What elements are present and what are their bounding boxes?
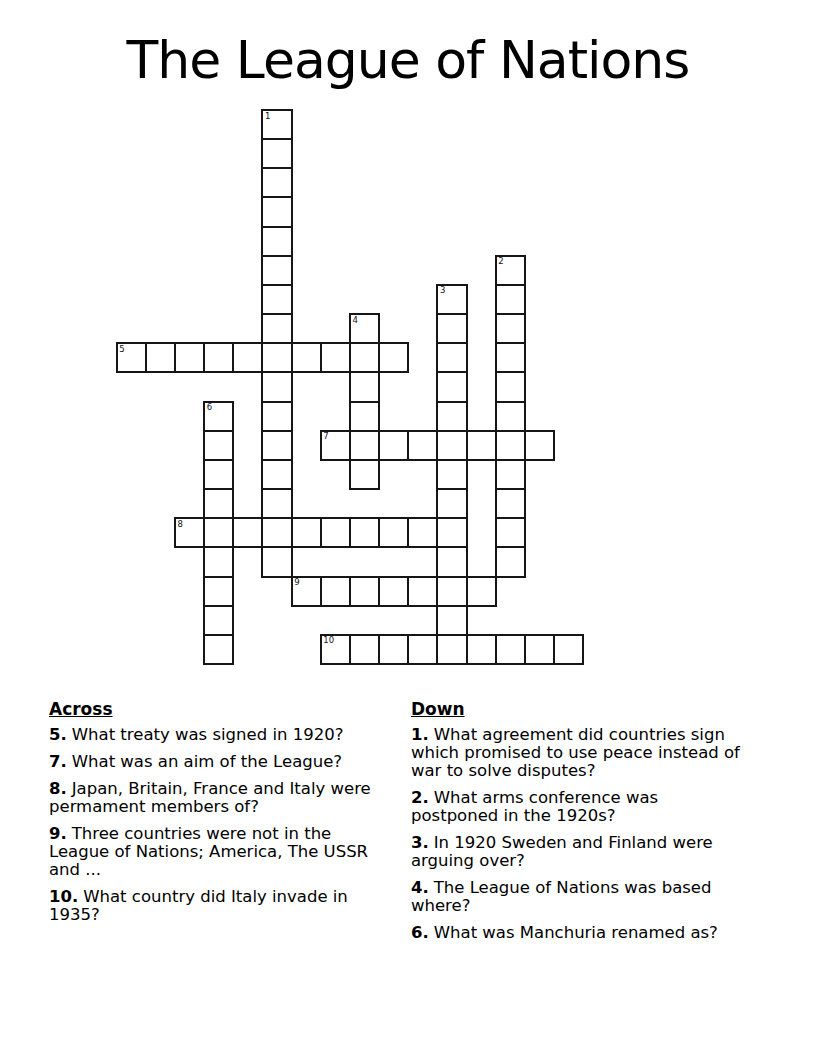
cell-r13c14[interactable] — [495, 459, 526, 490]
cell-r8c9[interactable]: 4 — [349, 313, 380, 344]
cell-r17c7[interactable]: 9 — [291, 576, 322, 607]
cell-r19c14[interactable] — [495, 634, 526, 665]
cell-r8c6[interactable] — [261, 313, 292, 344]
cell-r10c6[interactable] — [261, 371, 292, 402]
cell-r7c12[interactable]: 3 — [436, 284, 467, 315]
cell-r15c6[interactable] — [261, 517, 292, 548]
cell-r12c10[interactable] — [378, 430, 409, 461]
cell-r12c14[interactable] — [495, 430, 526, 461]
cell-r17c13[interactable] — [466, 576, 497, 607]
down-clue-text: What agreement did countries sign which … — [411, 725, 740, 780]
cell-r13c9[interactable] — [349, 459, 380, 490]
cell-r8c12[interactable] — [436, 313, 467, 344]
clue-number-10: 10 — [323, 636, 334, 645]
down-clue-text: What arms conference was postponed in th… — [411, 788, 658, 825]
down-clue-2: 2.What arms conference was postponed in … — [411, 789, 743, 825]
puzzle-title: The League of Nations — [0, 30, 816, 90]
down-clue-label: 1. — [411, 725, 429, 744]
across-clue-text: Japan, Britain, France and Italy were pe… — [49, 779, 371, 816]
cell-r9c1[interactable]: 5 — [116, 342, 147, 373]
cell-r18c4[interactable] — [203, 605, 234, 636]
cell-r11c4[interactable]: 6 — [203, 401, 234, 432]
cell-r12c15[interactable] — [524, 430, 555, 461]
cell-r16c6[interactable] — [261, 546, 292, 577]
across-clues-list: 5.What treaty was signed in 1920?7.What … — [49, 726, 395, 924]
cell-r9c3[interactable] — [174, 342, 205, 373]
crossword-grid: 12345678910 — [116, 109, 585, 666]
down-clue-label: 3. — [411, 833, 429, 852]
across-clue-text: What was an aim of the League? — [72, 752, 342, 771]
cell-r14c6[interactable] — [261, 488, 292, 519]
cell-r14c12[interactable] — [436, 488, 467, 519]
down-clue-3: 3.In 1920 Sweden and Finland were arguin… — [411, 834, 743, 870]
cell-r13c6[interactable] — [261, 459, 292, 490]
across-clue-text: What treaty was signed in 1920? — [72, 725, 344, 744]
clue-number-3: 3 — [440, 286, 445, 295]
cell-r14c4[interactable] — [203, 488, 234, 519]
cell-r11c14[interactable] — [495, 401, 526, 432]
down-clue-text: In 1920 Sweden and Finland were arguing … — [411, 833, 713, 870]
down-clue-text: What was Manchuria renamed as? — [434, 923, 718, 942]
cell-r9c2[interactable] — [145, 342, 176, 373]
across-clue-label: 7. — [49, 752, 67, 771]
cell-r9c6[interactable] — [261, 342, 292, 373]
cell-r19c12[interactable] — [436, 634, 467, 665]
across-clue-text: What country did Italy invade in 1935? — [49, 887, 348, 924]
across-clue-8: 8.Japan, Britain, France and Italy were … — [49, 780, 395, 816]
cell-r13c4[interactable] — [203, 459, 234, 490]
across-clue-label: 10. — [49, 887, 78, 906]
cell-r9c12[interactable] — [436, 342, 467, 373]
cell-r17c9[interactable] — [349, 576, 380, 607]
cell-r12c4[interactable] — [203, 430, 234, 461]
cell-r12c13[interactable] — [466, 430, 497, 461]
down-header: Down — [411, 699, 743, 719]
cell-r15c11[interactable] — [407, 517, 438, 548]
cell-r11c6[interactable] — [261, 401, 292, 432]
cell-r6c14[interactable]: 2 — [495, 255, 526, 286]
cell-r17c8[interactable] — [320, 576, 351, 607]
cell-r11c9[interactable] — [349, 401, 380, 432]
across-clue-7: 7.What was an aim of the League? — [49, 753, 395, 771]
down-clues-column: Down 1.What agreement did countries sign… — [411, 699, 743, 951]
across-clue-10: 10.What country did Italy invade in 1935… — [49, 888, 395, 924]
cell-r11c12[interactable] — [436, 401, 467, 432]
across-clue-5: 5.What treaty was signed in 1920? — [49, 726, 395, 744]
down-clue-label: 2. — [411, 788, 429, 807]
across-clue-text: Three countries were not in the League o… — [49, 824, 368, 879]
cell-r8c14[interactable] — [495, 313, 526, 344]
cell-r7c6[interactable] — [261, 284, 292, 315]
cell-r19c8[interactable]: 10 — [320, 634, 351, 665]
cell-r12c8[interactable]: 7 — [320, 430, 351, 461]
down-clue-4: 4.The League of Nations was based where? — [411, 879, 743, 915]
cell-r9c5[interactable] — [232, 342, 263, 373]
cell-r12c6[interactable] — [261, 430, 292, 461]
cell-r19c15[interactable] — [524, 634, 555, 665]
across-clue-label: 5. — [49, 725, 67, 744]
cell-r15c12[interactable] — [436, 517, 467, 548]
clue-number-8: 8 — [178, 520, 183, 529]
across-clue-label: 8. — [49, 779, 67, 798]
cell-r9c7[interactable] — [291, 342, 322, 373]
cell-r15c4[interactable] — [203, 517, 234, 548]
cell-r9c4[interactable] — [203, 342, 234, 373]
across-clue-label: 9. — [49, 824, 67, 843]
cell-r9c10[interactable] — [378, 342, 409, 373]
cell-r15c10[interactable] — [378, 517, 409, 548]
cell-r16c4[interactable] — [203, 546, 234, 577]
cell-r16c12[interactable] — [436, 546, 467, 577]
cell-r19c10[interactable] — [378, 634, 409, 665]
cell-r7c14[interactable] — [495, 284, 526, 315]
cell-r9c14[interactable] — [495, 342, 526, 373]
cell-r15c14[interactable] — [495, 517, 526, 548]
cell-r19c13[interactable] — [466, 634, 497, 665]
cell-r17c12[interactable] — [436, 576, 467, 607]
down-clue-1: 1.What agreement did countries sign whic… — [411, 726, 743, 780]
cell-r10c14[interactable] — [495, 371, 526, 402]
cell-r17c10[interactable] — [378, 576, 409, 607]
cell-r19c9[interactable] — [349, 634, 380, 665]
cell-r6c6[interactable] — [261, 255, 292, 286]
cell-r17c4[interactable] — [203, 576, 234, 607]
cell-r12c11[interactable] — [407, 430, 438, 461]
clue-number-9: 9 — [294, 578, 299, 587]
cell-r19c16[interactable] — [553, 634, 584, 665]
cell-r5c6[interactable] — [261, 226, 292, 257]
cell-r17c11[interactable] — [407, 576, 438, 607]
cell-r12c9[interactable] — [349, 430, 380, 461]
cell-r15c5[interactable] — [232, 517, 263, 548]
cell-r9c8[interactable] — [320, 342, 351, 373]
down-clue-6: 6.What was Manchuria renamed as? — [411, 924, 743, 942]
cell-r15c7[interactable] — [291, 517, 322, 548]
crossword-worksheet: { "title": "The League of Nations", "gam… — [0, 0, 816, 1056]
clue-number-1: 1 — [265, 112, 270, 121]
cell-r2c6[interactable] — [261, 138, 292, 169]
clue-number-5: 5 — [119, 345, 124, 354]
cell-r15c9[interactable] — [349, 517, 380, 548]
cell-r15c8[interactable] — [320, 517, 351, 548]
down-clues-list: 1.What agreement did countries sign whic… — [411, 726, 743, 942]
across-clues-column: Across 5.What treaty was signed in 1920?… — [49, 699, 395, 933]
down-clue-text: The League of Nations was based where? — [411, 878, 711, 915]
down-clue-label: 4. — [411, 878, 429, 897]
across-header: Across — [49, 699, 395, 719]
cell-r12c12[interactable] — [436, 430, 467, 461]
clue-number-4: 4 — [352, 316, 357, 325]
clue-number-7: 7 — [323, 432, 328, 441]
cell-r3c6[interactable] — [261, 167, 292, 198]
cell-r13c12[interactable] — [436, 459, 467, 490]
cell-r10c12[interactable] — [436, 371, 467, 402]
clue-number-2: 2 — [498, 257, 503, 266]
cell-r16c14[interactable] — [495, 546, 526, 577]
across-clue-9: 9.Three countries were not in the League… — [49, 825, 395, 879]
cell-r10c9[interactable] — [349, 371, 380, 402]
cell-r14c14[interactable] — [495, 488, 526, 519]
cell-r19c4[interactable] — [203, 634, 234, 665]
cell-r18c12[interactable] — [436, 605, 467, 636]
cell-r19c11[interactable] — [407, 634, 438, 665]
clue-number-6: 6 — [207, 403, 212, 412]
cell-r9c9[interactable] — [349, 342, 380, 373]
cell-r1c6[interactable]: 1 — [261, 109, 292, 140]
cell-r4c6[interactable] — [261, 196, 292, 227]
down-clue-label: 6. — [411, 923, 429, 942]
cell-r15c3[interactable]: 8 — [174, 517, 205, 548]
